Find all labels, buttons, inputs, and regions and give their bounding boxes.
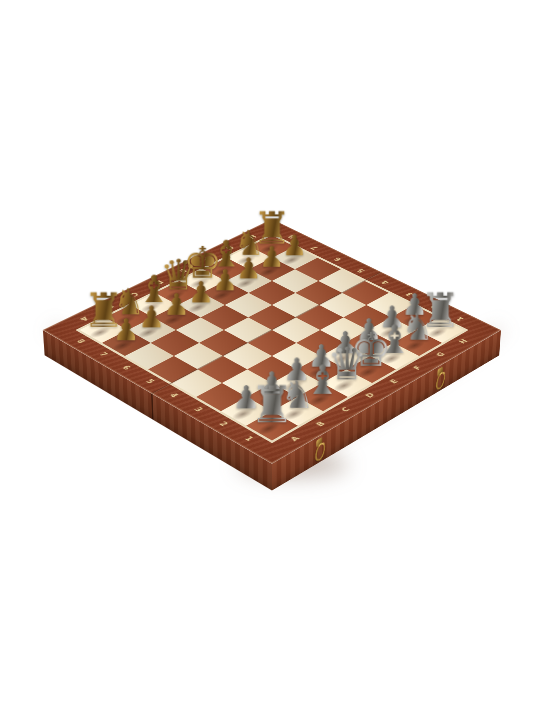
brass-clasp-left xyxy=(315,436,324,462)
white-rook-glyph: ♜ xyxy=(249,379,294,429)
black-pawn-glyph: ♟ xyxy=(113,315,140,345)
black-pawn-glyph: ♟ xyxy=(138,302,165,332)
brass-clasp-right xyxy=(435,366,444,391)
clasp-hook-icon xyxy=(435,371,447,391)
product-photo-stage: 87654321 87654321 ABCDEFGH ABCDEFGH ♜♞♟♝… xyxy=(0,0,540,720)
chess-board: 87654321 87654321 ABCDEFGH ABCDEFGH ♜♞♟♝… xyxy=(43,219,501,464)
